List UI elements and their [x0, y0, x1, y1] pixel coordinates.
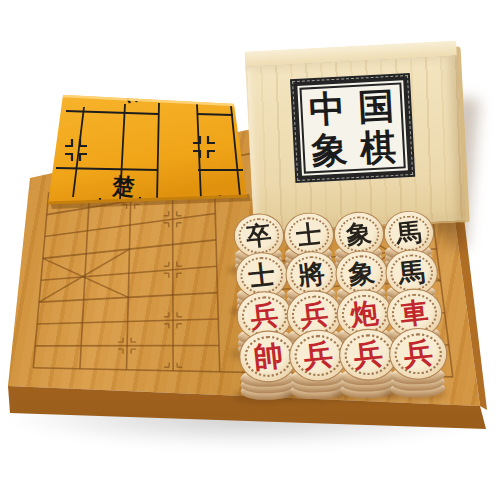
label-char-xiang: 象	[310, 131, 348, 169]
box-label-inner-border: 中 国 象 棋	[299, 82, 405, 173]
piece-stack: 兵	[388, 327, 448, 397]
label-char-zhong: 中	[308, 90, 346, 128]
cloth-chu-character: 楚	[111, 173, 137, 200]
label-char-qi: 棋	[359, 128, 397, 166]
box-label: 中 国 象 棋	[290, 73, 415, 183]
xiangqi-set-photo: 楚 中 国 象 棋 卒	[0, 0, 500, 500]
piece-stack-tray: 卒 士 象 馬	[231, 208, 434, 371]
label-char-guo: 国	[357, 87, 395, 125]
piece-character: 兵	[388, 326, 449, 381]
piece-top-face: 兵	[389, 327, 448, 380]
storage-box: 中 国 象 棋	[244, 41, 465, 238]
